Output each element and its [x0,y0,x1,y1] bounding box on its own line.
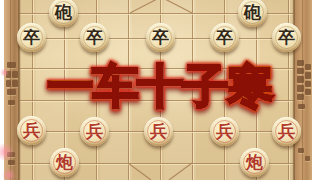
frame-brick-texture [297,68,304,74]
piece-red-soldier[interactable]: 兵 [17,116,46,145]
frame-brick-texture [297,85,304,92]
piece-glyph: 兵 [278,123,295,140]
frame-brick-texture [305,64,311,70]
frame-brick-texture [305,156,310,161]
piece-black-soldier[interactable]: 卒 [272,23,301,52]
piece-glyph: 兵 [216,123,233,140]
piece-glyph: 兵 [23,122,40,139]
piece-glyph: 兵 [86,123,103,140]
frame-brick-texture [7,152,15,157]
game-screen: 砲砲卒卒卒卒卒兵兵兵兵兵炮炮 一车十子寒 [0,0,320,180]
piece-glyph: 卒 [278,29,295,46]
caption-text: 一车十子寒 [48,60,273,112]
piece-red-cannon[interactable]: 炮 [50,148,79,177]
piece-glyph: 砲 [244,4,261,21]
frame-brick-texture [305,72,311,79]
piece-red-soldier[interactable]: 兵 [80,117,109,146]
piece-glyph: 砲 [55,4,72,21]
piece-red-soldier[interactable]: 兵 [210,117,239,146]
letterbox-left [0,0,4,180]
frame-brick-texture [305,81,311,87]
frame-brick-texture [7,89,16,95]
piece-black-soldier[interactable]: 卒 [80,23,109,52]
frame-brick-texture [7,62,16,68]
board-frame-left [4,0,19,180]
piece-glyph: 卒 [23,29,40,46]
piece-glyph: 卒 [216,29,233,46]
piece-glyph: 兵 [150,123,167,140]
piece-red-soldier[interactable]: 兵 [272,117,301,146]
frame-brick-texture [297,94,304,100]
piece-black-soldier[interactable]: 卒 [17,23,46,52]
piece-glyph: 炮 [56,154,73,171]
wood-grain [302,0,303,180]
piece-glyph: 炮 [246,154,263,171]
frame-brick-texture [12,71,18,78]
piece-glyph: 卒 [86,29,103,46]
wood-grain [10,0,11,180]
piece-black-soldier[interactable]: 卒 [210,23,239,52]
frame-brick-texture [297,76,304,83]
letterbox-right [312,0,320,180]
frame-brick-texture [297,60,304,66]
piece-black-soldier[interactable]: 卒 [146,23,175,52]
piece-glyph: 卒 [152,29,169,46]
piece-red-soldier[interactable]: 兵 [144,117,173,146]
frame-brick-texture [305,89,311,95]
piece-red-cannon[interactable]: 炮 [240,148,269,177]
frame-brick-texture [12,80,18,87]
